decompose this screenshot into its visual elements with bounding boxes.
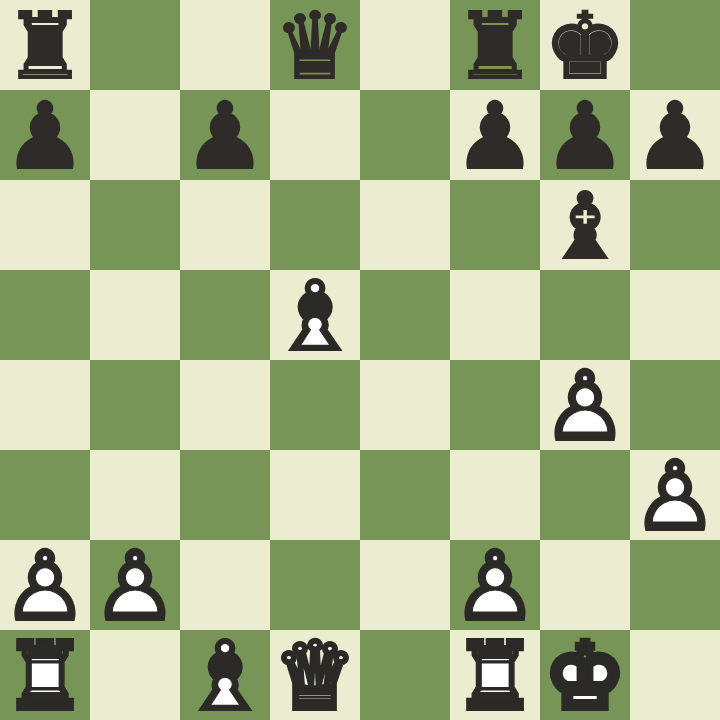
square-a6[interactable] bbox=[0, 180, 90, 270]
white-pawn[interactable]: ♟♙ bbox=[630, 450, 720, 540]
white-pawn[interactable]: ♟♙ bbox=[540, 360, 630, 450]
pawn-outline-glyph: ♙ bbox=[450, 542, 540, 632]
pawn-glyph: ♟ bbox=[540, 92, 630, 182]
square-a3[interactable] bbox=[0, 450, 90, 540]
square-d5[interactable]: ♝♗ bbox=[270, 270, 360, 360]
square-c7[interactable]: ♟ bbox=[180, 90, 270, 180]
square-e1[interactable] bbox=[360, 630, 450, 720]
white-rook[interactable]: ♜♖ bbox=[0, 630, 90, 720]
square-c2[interactable] bbox=[180, 540, 270, 630]
square-d1[interactable]: ♛♕ bbox=[270, 630, 360, 720]
bishop-outline-glyph: ♗ bbox=[180, 632, 270, 720]
square-f7[interactable]: ♟ bbox=[450, 90, 540, 180]
square-a7[interactable]: ♟ bbox=[0, 90, 90, 180]
square-b4[interactable] bbox=[90, 360, 180, 450]
square-f3[interactable] bbox=[450, 450, 540, 540]
square-c8[interactable] bbox=[180, 0, 270, 90]
pawn-glyph: ♟ bbox=[450, 92, 540, 182]
pawn-glyph: ♟ bbox=[90, 542, 180, 632]
square-e3[interactable] bbox=[360, 450, 450, 540]
black-bishop[interactable]: ♝ bbox=[540, 180, 630, 270]
square-d6[interactable] bbox=[270, 180, 360, 270]
pawn-glyph: ♟ bbox=[0, 92, 90, 182]
white-pawn[interactable]: ♟♙ bbox=[0, 540, 90, 630]
pawn-glyph: ♟ bbox=[540, 362, 630, 452]
square-d8[interactable]: ♛ bbox=[270, 0, 360, 90]
white-king[interactable]: ♚♔ bbox=[540, 630, 630, 720]
black-pawn[interactable]: ♟ bbox=[450, 90, 540, 180]
square-b1[interactable] bbox=[90, 630, 180, 720]
square-a2[interactable]: ♟♙ bbox=[0, 540, 90, 630]
white-pawn[interactable]: ♟♙ bbox=[90, 540, 180, 630]
square-g1[interactable]: ♚♔ bbox=[540, 630, 630, 720]
chess-board: ♜♛♜♚♟♟♟♟♟♝♝♗♟♙♟♙♟♙♟♙♟♙♜♖♝♗♛♕♜♖♚♔ bbox=[0, 0, 720, 720]
square-h4[interactable] bbox=[630, 360, 720, 450]
rook-glyph: ♜ bbox=[0, 2, 90, 92]
square-f6[interactable] bbox=[450, 180, 540, 270]
square-g4[interactable]: ♟♙ bbox=[540, 360, 630, 450]
square-d3[interactable] bbox=[270, 450, 360, 540]
rook-outline-glyph: ♖ bbox=[450, 632, 540, 720]
square-g7[interactable]: ♟ bbox=[540, 90, 630, 180]
square-e7[interactable] bbox=[360, 90, 450, 180]
white-queen[interactable]: ♛♕ bbox=[270, 630, 360, 720]
square-b8[interactable] bbox=[90, 0, 180, 90]
square-h3[interactable]: ♟♙ bbox=[630, 450, 720, 540]
rook-glyph: ♜ bbox=[0, 632, 90, 720]
bishop-outline-glyph: ♗ bbox=[270, 272, 360, 362]
bishop-glyph: ♝ bbox=[270, 272, 360, 362]
square-g6[interactable]: ♝ bbox=[540, 180, 630, 270]
king-glyph: ♚ bbox=[540, 632, 630, 720]
square-h8[interactable] bbox=[630, 0, 720, 90]
square-c6[interactable] bbox=[180, 180, 270, 270]
square-c4[interactable] bbox=[180, 360, 270, 450]
square-f4[interactable] bbox=[450, 360, 540, 450]
pawn-glyph: ♟ bbox=[180, 92, 270, 182]
square-b6[interactable] bbox=[90, 180, 180, 270]
square-f5[interactable] bbox=[450, 270, 540, 360]
square-f2[interactable]: ♟♙ bbox=[450, 540, 540, 630]
square-c3[interactable] bbox=[180, 450, 270, 540]
queen-glyph: ♛ bbox=[270, 2, 360, 92]
square-d2[interactable] bbox=[270, 540, 360, 630]
pawn-outline-glyph: ♙ bbox=[540, 362, 630, 452]
square-a4[interactable] bbox=[0, 360, 90, 450]
square-g8[interactable]: ♚ bbox=[540, 0, 630, 90]
square-g2[interactable] bbox=[540, 540, 630, 630]
black-pawn[interactable]: ♟ bbox=[540, 90, 630, 180]
white-pawn[interactable]: ♟♙ bbox=[450, 540, 540, 630]
square-a8[interactable]: ♜ bbox=[0, 0, 90, 90]
king-outline-glyph: ♔ bbox=[540, 632, 630, 720]
square-b5[interactable] bbox=[90, 270, 180, 360]
bishop-glyph: ♝ bbox=[180, 632, 270, 720]
white-rook[interactable]: ♜♖ bbox=[450, 630, 540, 720]
king-glyph: ♚ bbox=[540, 2, 630, 92]
square-e4[interactable] bbox=[360, 360, 450, 450]
square-d7[interactable] bbox=[270, 90, 360, 180]
black-queen[interactable]: ♛ bbox=[270, 0, 360, 90]
square-e8[interactable] bbox=[360, 0, 450, 90]
rook-glyph: ♜ bbox=[450, 2, 540, 92]
square-a1[interactable]: ♜♖ bbox=[0, 630, 90, 720]
square-d4[interactable] bbox=[270, 360, 360, 450]
pawn-outline-glyph: ♙ bbox=[630, 452, 720, 542]
queen-glyph: ♛ bbox=[270, 632, 360, 720]
pawn-glyph: ♟ bbox=[630, 92, 720, 182]
square-c5[interactable] bbox=[180, 270, 270, 360]
pawn-outline-glyph: ♙ bbox=[90, 542, 180, 632]
square-b2[interactable]: ♟♙ bbox=[90, 540, 180, 630]
pawn-glyph: ♟ bbox=[0, 542, 90, 632]
pawn-glyph: ♟ bbox=[450, 542, 540, 632]
square-c1[interactable]: ♝♗ bbox=[180, 630, 270, 720]
square-h5[interactable] bbox=[630, 270, 720, 360]
black-king[interactable]: ♚ bbox=[540, 0, 630, 90]
square-g5[interactable] bbox=[540, 270, 630, 360]
black-rook[interactable]: ♜ bbox=[450, 0, 540, 90]
square-h1[interactable] bbox=[630, 630, 720, 720]
square-e6[interactable] bbox=[360, 180, 450, 270]
black-pawn[interactable]: ♟ bbox=[180, 90, 270, 180]
white-bishop[interactable]: ♝♗ bbox=[270, 270, 360, 360]
white-bishop[interactable]: ♝♗ bbox=[180, 630, 270, 720]
square-f8[interactable]: ♜ bbox=[450, 0, 540, 90]
square-e5[interactable] bbox=[360, 270, 450, 360]
bishop-glyph: ♝ bbox=[540, 182, 630, 272]
rook-outline-glyph: ♖ bbox=[0, 632, 90, 720]
rook-glyph: ♜ bbox=[450, 632, 540, 720]
square-h6[interactable] bbox=[630, 180, 720, 270]
square-b7[interactable] bbox=[90, 90, 180, 180]
square-f1[interactable]: ♜♖ bbox=[450, 630, 540, 720]
queen-outline-glyph: ♕ bbox=[270, 632, 360, 720]
black-pawn[interactable]: ♟ bbox=[0, 90, 90, 180]
square-h2[interactable] bbox=[630, 540, 720, 630]
square-g3[interactable] bbox=[540, 450, 630, 540]
square-b3[interactable] bbox=[90, 450, 180, 540]
black-rook[interactable]: ♜ bbox=[0, 0, 90, 90]
pawn-outline-glyph: ♙ bbox=[0, 542, 90, 632]
square-h7[interactable]: ♟ bbox=[630, 90, 720, 180]
square-e2[interactable] bbox=[360, 540, 450, 630]
square-a5[interactable] bbox=[0, 270, 90, 360]
black-pawn[interactable]: ♟ bbox=[630, 90, 720, 180]
pawn-glyph: ♟ bbox=[630, 452, 720, 542]
